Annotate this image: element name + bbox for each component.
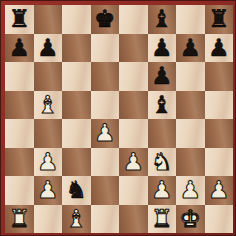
square-b8[interactable] [34,5,63,34]
white-king[interactable]: ♚ [179,205,201,234]
chess-board: ♜♚♝♜♟♟♟♟♟♟♝♝♟♟♟♞♟♞♟♟♟♜♝♜♚ [5,5,233,233]
black-pawn[interactable]: ♟ [8,34,30,63]
square-h5[interactable] [205,91,234,120]
square-e8[interactable] [119,5,148,34]
square-d5[interactable] [91,91,120,120]
square-c3[interactable] [62,148,91,177]
square-a8[interactable]: ♜ [5,5,34,34]
square-c7[interactable] [62,34,91,63]
white-rook[interactable]: ♜ [8,205,30,234]
black-king[interactable]: ♚ [94,5,116,34]
square-f5[interactable]: ♝ [148,91,177,120]
square-b2[interactable]: ♟ [34,176,63,205]
square-c1[interactable]: ♝ [62,205,91,234]
white-pawn[interactable]: ♟ [122,148,144,177]
chess-board-frame: ♜♚♝♜♟♟♟♟♟♟♝♝♟♟♟♞♟♞♟♟♟♜♝♜♚ [0,0,236,236]
black-rook[interactable]: ♜ [208,5,230,34]
square-e6[interactable] [119,62,148,91]
white-pawn[interactable]: ♟ [179,176,201,205]
square-e5[interactable] [119,91,148,120]
white-bishop[interactable]: ♝ [37,91,59,120]
black-bishop[interactable]: ♝ [151,5,173,34]
square-b1[interactable] [34,205,63,234]
white-rook[interactable]: ♜ [151,205,173,234]
square-f2[interactable]: ♟ [148,176,177,205]
square-a6[interactable] [5,62,34,91]
square-a1[interactable]: ♜ [5,205,34,234]
square-d4[interactable]: ♟ [91,119,120,148]
white-pawn[interactable]: ♟ [37,148,59,177]
square-g5[interactable] [176,91,205,120]
square-c6[interactable] [62,62,91,91]
square-f8[interactable]: ♝ [148,5,177,34]
square-g1[interactable]: ♚ [176,205,205,234]
square-a3[interactable] [5,148,34,177]
square-a7[interactable]: ♟ [5,34,34,63]
white-pawn[interactable]: ♟ [208,176,230,205]
square-d3[interactable] [91,148,120,177]
square-f7[interactable]: ♟ [148,34,177,63]
square-a4[interactable] [5,119,34,148]
square-f1[interactable]: ♜ [148,205,177,234]
square-f6[interactable]: ♟ [148,62,177,91]
square-h4[interactable] [205,119,234,148]
square-h8[interactable]: ♜ [205,5,234,34]
square-h3[interactable] [205,148,234,177]
square-a5[interactable] [5,91,34,120]
white-pawn[interactable]: ♟ [94,119,116,148]
white-knight[interactable]: ♞ [151,148,173,177]
square-g7[interactable]: ♟ [176,34,205,63]
square-e7[interactable] [119,34,148,63]
square-d6[interactable] [91,62,120,91]
square-b6[interactable] [34,62,63,91]
square-g8[interactable] [176,5,205,34]
square-e4[interactable] [119,119,148,148]
square-b4[interactable] [34,119,63,148]
black-pawn[interactable]: ♟ [208,34,230,63]
white-pawn[interactable]: ♟ [151,176,173,205]
square-f3[interactable]: ♞ [148,148,177,177]
black-rook[interactable]: ♜ [8,5,30,34]
square-g6[interactable] [176,62,205,91]
square-h1[interactable] [205,205,234,234]
black-bishop[interactable]: ♝ [151,91,173,120]
square-g4[interactable] [176,119,205,148]
square-f4[interactable] [148,119,177,148]
white-pawn[interactable]: ♟ [37,176,59,205]
square-h2[interactable]: ♟ [205,176,234,205]
white-bishop[interactable]: ♝ [65,205,87,234]
black-pawn[interactable]: ♟ [151,62,173,91]
square-c2[interactable]: ♞ [62,176,91,205]
black-pawn[interactable]: ♟ [37,34,59,63]
square-d7[interactable] [91,34,120,63]
square-h7[interactable]: ♟ [205,34,234,63]
square-a2[interactable] [5,176,34,205]
square-d2[interactable] [91,176,120,205]
square-e3[interactable]: ♟ [119,148,148,177]
square-d1[interactable] [91,205,120,234]
black-pawn[interactable]: ♟ [179,34,201,63]
square-b3[interactable]: ♟ [34,148,63,177]
square-d8[interactable]: ♚ [91,5,120,34]
square-e2[interactable] [119,176,148,205]
square-b7[interactable]: ♟ [34,34,63,63]
square-c8[interactable] [62,5,91,34]
square-b5[interactable]: ♝ [34,91,63,120]
square-g2[interactable]: ♟ [176,176,205,205]
black-pawn[interactable]: ♟ [151,34,173,63]
black-knight[interactable]: ♞ [65,176,87,205]
square-e1[interactable] [119,205,148,234]
square-c4[interactable] [62,119,91,148]
square-g3[interactable] [176,148,205,177]
square-c5[interactable] [62,91,91,120]
square-h6[interactable] [205,62,234,91]
